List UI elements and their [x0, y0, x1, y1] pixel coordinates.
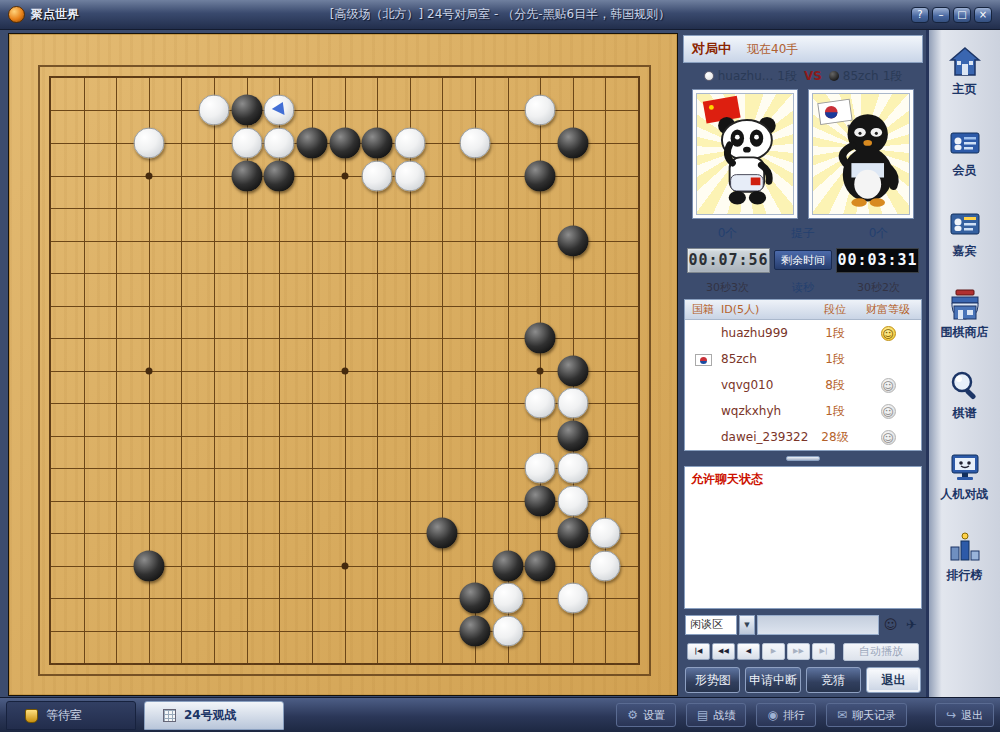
- vs-label: VS: [804, 69, 822, 83]
- black-stone: [557, 518, 588, 549]
- player-id: wqzkxhyh: [721, 404, 815, 418]
- sidebar-item-排行榜[interactable]: 排行榜: [947, 530, 983, 584]
- player-rank: 1段: [815, 325, 855, 342]
- member-card-icon: [948, 125, 982, 159]
- grid-line: [442, 78, 443, 663]
- white-stone: [264, 127, 295, 158]
- grid-line: [51, 436, 638, 437]
- black-player-rank: 1段: [883, 68, 903, 85]
- minimize-icon[interactable]: –: [932, 7, 950, 23]
- white-player-name: huazhu...: [718, 69, 774, 83]
- captures-label: 提子: [772, 225, 834, 242]
- black-stone: [296, 127, 327, 158]
- sidebar-item-主页[interactable]: 主页: [948, 44, 982, 98]
- sidebar-item-label: 会员: [953, 162, 977, 179]
- action-button-退出[interactable]: 退出: [866, 667, 921, 693]
- taskbar-button-label: 聊天记录: [852, 708, 896, 723]
- wealth-smiley-icon: ☺: [881, 404, 896, 419]
- penguin-avatar: [812, 93, 910, 215]
- taskbar-button-退出[interactable]: ↪退出: [935, 703, 994, 727]
- sidebar-item-label: 嘉宾: [953, 243, 977, 260]
- remaining-time-label: 剩余时间: [774, 250, 832, 270]
- taskbar-button-label: 退出: [961, 708, 983, 723]
- taskbar-button-label: 设置: [643, 708, 665, 723]
- white-stone: [557, 485, 588, 516]
- white-player-avatar: [692, 89, 798, 219]
- wealth-smiley-icon: ☺: [881, 378, 896, 393]
- taskbar-button-设置[interactable]: ⚙设置: [616, 703, 676, 727]
- captures-row: 0个 提子 0个: [683, 224, 923, 242]
- player-rank: 8段: [815, 377, 855, 394]
- player-id: 85zch: [721, 352, 815, 366]
- game-info-panel: 对局中 现在40手 huazhu... 1段 VS 85zch 1段: [683, 35, 923, 695]
- header-id: ID(5人): [721, 302, 815, 317]
- timers-row: 00:07:56 剩余时间 00:03:31: [683, 245, 923, 275]
- player-rank: 1段: [815, 351, 855, 368]
- bottom-taskbar: 等待室24号观战 ⚙设置▤战绩◉排行✉聊天记录↪退出: [0, 697, 1000, 732]
- game-records-icon: [948, 368, 982, 402]
- chat-status-notice: 允许聊天状态: [691, 471, 915, 488]
- taskbar-button-排行[interactable]: ◉排行: [756, 703, 815, 727]
- sidebar-item-label: 棋谱: [953, 405, 977, 422]
- first-move-icon[interactable]: |◀: [687, 643, 710, 660]
- tab-label: 等待室: [46, 707, 82, 724]
- white-stone: [264, 95, 295, 126]
- titlebar: 聚点世界 [高级场（北方）] 24号对局室 - （分先-黑贴6目半，韩国规则） …: [0, 0, 1000, 30]
- black-stone: [459, 582, 490, 613]
- white-stone: [231, 127, 262, 158]
- white-stone: [557, 388, 588, 419]
- white-stone: [459, 127, 490, 158]
- grid-line: [51, 598, 638, 599]
- chat-log-icon: ✉: [837, 708, 847, 722]
- black-stone: [427, 518, 458, 549]
- black-stone: [557, 225, 588, 256]
- player-rank: 28级: [815, 429, 855, 446]
- header-wealth: 财富等级: [855, 302, 921, 317]
- sidebar-item-会员[interactable]: 会员: [948, 125, 982, 179]
- main-sidebar: 主页会员嘉宾围棋商店棋谱人机对战排行榜: [926, 30, 1000, 697]
- black-stone: [557, 420, 588, 451]
- help-icon[interactable]: ?: [911, 7, 929, 23]
- black-player-avatar: [808, 89, 914, 219]
- ai-play-icon: [948, 449, 982, 483]
- chat-channel-select[interactable]: 闲谈区: [685, 615, 737, 635]
- close-icon[interactable]: ×: [974, 7, 992, 23]
- white-stone: [525, 453, 556, 484]
- room-player-list: 国籍 ID(5人) 段位 财富等级 huazhu9991段☺85zch1段vqv…: [684, 299, 922, 451]
- player-list-row[interactable]: vqvg0108段☺: [685, 372, 921, 398]
- ranking-icon: [948, 530, 982, 564]
- black-stone: [492, 550, 523, 581]
- autoplay-button[interactable]: 自动播放: [843, 643, 919, 661]
- white-byoyomi: 30秒3次: [683, 280, 772, 295]
- white-captures: 0个: [683, 225, 772, 242]
- sidebar-item-label: 主页: [953, 81, 977, 98]
- sidebar-item-人机对战[interactable]: 人机对战: [941, 449, 989, 503]
- black-stone-icon: [829, 71, 839, 81]
- black-stone: [264, 160, 295, 191]
- chat-input-row: 闲谈区 ▼ ☺ ✈: [683, 612, 923, 638]
- player-list-row[interactable]: huazhu9991段☺: [685, 320, 921, 346]
- white-stone: [557, 582, 588, 613]
- replay-controls: |◀◀◀◀▶▶▶▶| 自动播放: [683, 641, 923, 662]
- action-button-申请中断[interactable]: 申请中断: [745, 667, 800, 693]
- black-stone: [557, 355, 588, 386]
- black-stone: [133, 550, 164, 581]
- game-state-label: 对局中: [692, 40, 731, 58]
- send-icon[interactable]: ✈: [902, 616, 921, 635]
- guest-card-icon: [948, 206, 982, 240]
- sidebar-item-嘉宾[interactable]: 嘉宾: [948, 206, 982, 260]
- sidebar-item-label: 围棋商店: [941, 324, 989, 341]
- black-stone: [231, 95, 262, 126]
- white-stone: [590, 550, 621, 581]
- window-title: [高级场（北方）] 24号对局室 - （分先-黑贴6目半，韩国规则）: [0, 6, 1000, 23]
- window-buttons: ?–□×: [911, 7, 992, 23]
- stats-icon: ▤: [697, 708, 708, 722]
- header-country: 国籍: [685, 302, 721, 317]
- last-move-marker: [272, 99, 289, 115]
- byoyomi-label: 读秒: [772, 280, 834, 295]
- wealth-smiley-icon: ☺: [881, 326, 896, 341]
- maximize-icon[interactable]: □: [953, 7, 971, 23]
- emoji-icon[interactable]: ☺: [881, 616, 900, 635]
- player-list-row[interactable]: wqzkxhyh1段☺: [685, 398, 921, 424]
- shield-icon: [25, 709, 38, 723]
- go-board-icon: [163, 709, 176, 722]
- black-stone: [525, 485, 556, 516]
- taskbar-button-label: 战绩: [713, 708, 735, 723]
- korea-flag-icon: [695, 354, 712, 366]
- white-stone: [525, 388, 556, 419]
- move-count-label: 现在40手: [747, 41, 798, 58]
- app-title: 聚点世界: [31, 6, 79, 23]
- chat-messages-area: 允许聊天状态: [684, 466, 922, 609]
- white-stone: [394, 127, 425, 158]
- action-button-竞猜[interactable]: 竞猜: [806, 667, 861, 693]
- fast-forward-icon: ▶▶: [787, 643, 810, 660]
- taskbar-buttons: ⚙设置▤战绩◉排行✉聊天记录↪退出: [616, 703, 994, 727]
- forward-icon: ▶: [762, 643, 785, 660]
- black-stone: [329, 127, 360, 158]
- black-stone: [459, 615, 490, 646]
- white-stone: [394, 160, 425, 191]
- white-stone: [133, 127, 164, 158]
- grid-line: [51, 533, 638, 534]
- fast-back-icon[interactable]: ◀◀: [712, 643, 735, 660]
- taskbar-button-label: 排行: [783, 708, 805, 723]
- player-avatars: [683, 89, 923, 221]
- chevron-down-icon[interactable]: ▼: [739, 615, 755, 635]
- players-vs-line: huazhu... 1段 VS 85zch 1段: [683, 66, 923, 86]
- black-stone: [525, 160, 556, 191]
- go-board[interactable]: [49, 76, 640, 665]
- taskbar-button-战绩[interactable]: ▤战绩: [686, 703, 746, 727]
- black-player-name: 85zch: [843, 69, 879, 83]
- star-point: [537, 367, 544, 374]
- star-point: [145, 172, 152, 179]
- white-player-rank: 1段: [777, 68, 797, 85]
- byoyomi-row: 30秒3次 读秒 30秒2次: [683, 278, 923, 296]
- black-captures: 0个: [834, 225, 923, 242]
- player-list-row[interactable]: 85zch1段: [685, 346, 921, 372]
- taskbar-button-聊天记录[interactable]: ✉聊天记录: [826, 703, 907, 727]
- black-clock: 00:03:31: [836, 248, 919, 273]
- go-board-panel: [8, 33, 678, 696]
- header-rank: 段位: [815, 302, 855, 317]
- white-stone-icon: [704, 71, 714, 81]
- white-stone: [492, 615, 523, 646]
- sidebar-item-label: 排行榜: [947, 567, 983, 584]
- shop-icon: [948, 287, 982, 321]
- chat-input[interactable]: [757, 615, 879, 635]
- white-stone: [525, 95, 556, 126]
- black-stone: [525, 550, 556, 581]
- white-clock: 00:07:56: [687, 248, 770, 273]
- room-tabs: 等待室24号观战: [6, 701, 284, 730]
- star-point: [341, 562, 348, 569]
- white-stone: [557, 453, 588, 484]
- wealth-smiley-icon: ☺: [881, 430, 896, 445]
- black-byoyomi: 30秒2次: [834, 280, 923, 295]
- star-point: [341, 367, 348, 374]
- home-icon: [948, 44, 982, 78]
- exit-icon: ↪: [946, 708, 956, 722]
- star-point: [341, 172, 348, 179]
- room-tab-等待室[interactable]: 等待室: [6, 701, 136, 730]
- white-stone: [199, 95, 230, 126]
- white-stone: [362, 160, 393, 191]
- black-stone: [557, 127, 588, 158]
- black-stone: [362, 127, 393, 158]
- black-stone: [525, 322, 556, 353]
- medal-icon: ◉: [767, 708, 777, 722]
- gear-icon: ⚙: [627, 708, 638, 722]
- sidebar-item-棋谱[interactable]: 棋谱: [948, 368, 982, 422]
- game-status-bar: 对局中 现在40手: [683, 35, 923, 63]
- back-icon[interactable]: ◀: [737, 643, 760, 660]
- panel-splitter[interactable]: [683, 454, 923, 463]
- white-stone: [492, 582, 523, 613]
- grid-line: [51, 631, 638, 632]
- tab-label: 24号观战: [184, 707, 237, 724]
- last-move-icon: ▶|: [812, 643, 835, 660]
- player-list-header: 国籍 ID(5人) 段位 财富等级: [685, 300, 921, 320]
- sidebar-item-label: 人机对战: [941, 486, 989, 503]
- action-buttons-row: 形势图申请中断竞猜退出: [683, 665, 923, 695]
- grid-line: [475, 78, 476, 663]
- sidebar-item-围棋商店[interactable]: 围棋商店: [941, 287, 989, 341]
- player-rank: 1段: [815, 403, 855, 420]
- star-point: [145, 367, 152, 374]
- player-list-row[interactable]: dawei_23932228级☺: [685, 424, 921, 450]
- room-tab-24号观战[interactable]: 24号观战: [144, 701, 284, 730]
- player-id: huazhu999: [721, 326, 815, 340]
- player-id: dawei_239322: [721, 430, 815, 444]
- player-id: vqvg010: [721, 378, 815, 392]
- black-stone: [231, 160, 262, 191]
- white-stone: [590, 518, 621, 549]
- panda-avatar: [696, 93, 794, 215]
- action-button-形势图[interactable]: 形势图: [685, 667, 740, 693]
